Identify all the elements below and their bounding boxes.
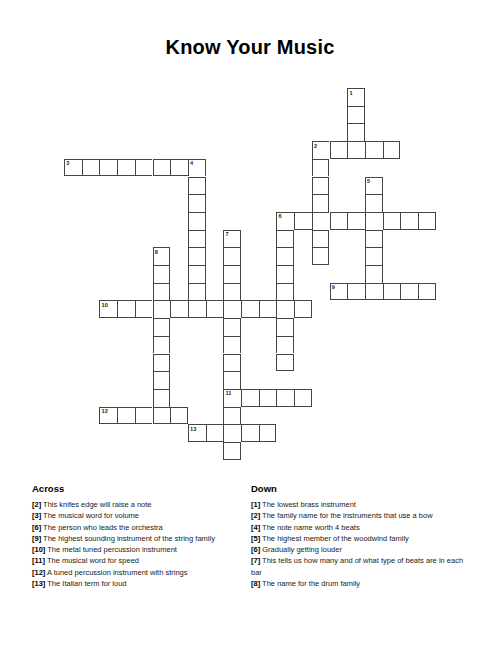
cell-r2-c16[interactable] <box>347 123 365 141</box>
across-clue-10: [10] The metal tuned percussion instrume… <box>32 544 247 555</box>
cell-r18-c2[interactable]: 12 <box>99 407 117 425</box>
cell-number-11: 11 <box>225 390 231 396</box>
cell-r10-c9[interactable] <box>223 265 241 283</box>
cell-r17-c5[interactable] <box>153 389 171 407</box>
cell-r9-c5[interactable]: 8 <box>153 247 171 265</box>
cell-r15-c12[interactable] <box>276 354 294 372</box>
cell-r7-c12[interactable]: 6 <box>276 212 294 230</box>
cell-r8-c17[interactable] <box>365 230 383 248</box>
cell-r16-c9[interactable] <box>223 371 241 389</box>
cell-number-1: 1 <box>349 90 352 96</box>
cell-r12-c2[interactable]: 10 <box>99 300 117 318</box>
cell-r8-c9[interactable]: 7 <box>223 230 241 248</box>
across-clue-number-6: [6] <box>32 523 41 532</box>
cell-number-6: 6 <box>279 213 282 219</box>
cell-number-12: 12 <box>102 408 108 414</box>
down-header: Down <box>251 483 469 494</box>
down-clue-1: [1] The lowest brass instrument <box>251 499 469 510</box>
cell-r11-c5[interactable] <box>153 283 171 301</box>
cell-r4-c0[interactable]: 3 <box>64 159 82 177</box>
across-clue-number-9: [9] <box>32 534 41 543</box>
down-clue-number-4: [4] <box>251 523 260 532</box>
across-clue-11: [11] The musical word for speed <box>32 555 247 566</box>
cell-r9-c9[interactable] <box>223 247 241 265</box>
cell-r13-c12[interactable] <box>276 318 294 336</box>
cell-r4-c14[interactable] <box>312 159 330 177</box>
down-clue-number-7: [7] <box>251 556 260 565</box>
cell-r11-c12[interactable] <box>276 283 294 301</box>
cell-r5-c7[interactable] <box>188 177 206 195</box>
cell-r18-c5[interactable] <box>153 407 171 425</box>
cell-r4-c4[interactable] <box>135 159 153 177</box>
puzzle-title: Know Your Music <box>0 36 500 59</box>
across-clue-12: [12] A tuned percussion instrument with … <box>32 567 247 578</box>
down-clue-4: [4] The note name worth 4 beats <box>251 522 469 533</box>
cell-r8-c7[interactable] <box>188 230 206 248</box>
cell-r17-c13[interactable] <box>294 389 312 407</box>
across-clue-list: [2] This knifes edge will raise a note[3… <box>32 499 247 589</box>
cell-r7-c16[interactable] <box>347 212 365 230</box>
down-clue-7: [7] This tells us how many and of what t… <box>251 555 469 578</box>
cell-r3-c14[interactable]: 2 <box>312 141 330 159</box>
cell-r7-c15[interactable] <box>330 212 348 230</box>
cell-r6-c14[interactable] <box>312 194 330 212</box>
cell-r19-c9[interactable] <box>223 424 241 442</box>
cell-r12-c6[interactable] <box>170 300 188 318</box>
down-clue-list: [1] The lowest brass instrument[2] The f… <box>251 499 469 589</box>
cell-r9-c14[interactable] <box>312 247 330 265</box>
cell-r4-c1[interactable] <box>82 159 100 177</box>
across-clue-number-13: [13] <box>32 579 45 588</box>
cell-r7-c19[interactable] <box>400 212 418 230</box>
cell-r17-c9[interactable]: 11 <box>223 389 241 407</box>
cell-number-4: 4 <box>190 160 193 166</box>
cell-r6-c17[interactable] <box>365 194 383 212</box>
cell-r4-c5[interactable] <box>153 159 171 177</box>
cell-r3-c18[interactable] <box>383 141 401 159</box>
down-clue-number-5: [5] <box>251 534 260 543</box>
cell-r12-c8[interactable] <box>206 300 224 318</box>
cell-r4-c3[interactable] <box>117 159 135 177</box>
cell-number-10: 10 <box>102 302 108 308</box>
across-clue-3: [3] The musical word for volume <box>32 510 247 521</box>
cell-r20-c9[interactable] <box>223 442 241 460</box>
cell-r17-c11[interactable] <box>259 389 277 407</box>
cell-r12-c11[interactable] <box>259 300 277 318</box>
cell-r18-c4[interactable] <box>135 407 153 425</box>
cell-r9-c12[interactable] <box>276 247 294 265</box>
down-clue-6: [6] Gradually getting louder <box>251 544 469 555</box>
cell-r18-c6[interactable] <box>170 407 188 425</box>
cell-r14-c5[interactable] <box>153 336 171 354</box>
cell-r4-c6[interactable] <box>170 159 188 177</box>
cell-r12-c4[interactable] <box>135 300 153 318</box>
cell-r1-c16[interactable] <box>347 106 365 124</box>
cell-r9-c17[interactable] <box>365 247 383 265</box>
cell-r0-c16[interactable]: 1 <box>347 88 365 106</box>
crossword-page: Know Your Music 12345678910111213 Across… <box>0 0 500 647</box>
cell-r12-c7[interactable] <box>188 300 206 318</box>
down-clue-8: [8] The name for the drum family <box>251 578 469 589</box>
cell-r13-c5[interactable] <box>153 318 171 336</box>
cell-r6-c7[interactable] <box>188 194 206 212</box>
cell-r11-c18[interactable] <box>383 283 401 301</box>
across-clues-section: Across [2] This knifes edge will raise a… <box>32 483 247 589</box>
across-clue-6: [6] The person who leads the orchestra <box>32 522 247 533</box>
across-clue-number-12: [12] <box>32 568 45 577</box>
cell-r19-c11[interactable] <box>259 424 277 442</box>
across-clue-number-11: [11] <box>32 556 45 565</box>
cell-r17-c10[interactable] <box>241 389 259 407</box>
cell-r14-c12[interactable] <box>276 336 294 354</box>
cell-number-3: 3 <box>66 160 69 166</box>
cell-r4-c7[interactable]: 4 <box>188 159 206 177</box>
cell-r7-c13[interactable] <box>294 212 312 230</box>
cell-r11-c20[interactable] <box>418 283 436 301</box>
cell-r11-c9[interactable] <box>223 283 241 301</box>
cell-r10-c5[interactable] <box>153 265 171 283</box>
crossword-grid: 12345678910111213 <box>64 88 437 461</box>
cell-r8-c12[interactable] <box>276 230 294 248</box>
cell-r19-c7[interactable]: 13 <box>188 424 206 442</box>
across-clue-number-3: [3] <box>32 511 41 520</box>
cell-r12-c13[interactable] <box>294 300 312 318</box>
cell-r7-c14[interactable] <box>312 212 330 230</box>
cell-r15-c9[interactable] <box>223 354 241 372</box>
cell-r9-c7[interactable] <box>188 247 206 265</box>
cell-r19-c10[interactable] <box>241 424 259 442</box>
cell-r7-c7[interactable] <box>188 212 206 230</box>
cell-r15-c5[interactable] <box>153 354 171 372</box>
down-clues-section: Down [1] The lowest brass instrument[2] … <box>251 483 469 589</box>
across-clue-13: [13] The Italian term for loud <box>32 578 247 589</box>
cell-r17-c12[interactable] <box>276 389 294 407</box>
down-clue-number-8: [8] <box>251 579 260 588</box>
cell-r3-c16[interactable] <box>347 141 365 159</box>
cell-r3-c17[interactable] <box>365 141 383 159</box>
cell-r4-c2[interactable] <box>99 159 117 177</box>
down-clue-5: [5] The highest member of the woodwind f… <box>251 533 469 544</box>
cell-r10-c7[interactable] <box>188 265 206 283</box>
cell-number-5: 5 <box>367 178 370 184</box>
across-clue-9: [9] The highest sounding instrument of t… <box>32 533 247 544</box>
cell-r7-c20[interactable] <box>418 212 436 230</box>
cell-r7-c18[interactable] <box>383 212 401 230</box>
cell-r18-c3[interactable] <box>117 407 135 425</box>
cell-r11-c19[interactable] <box>400 283 418 301</box>
across-clue-number-2: [2] <box>32 500 41 509</box>
down-clue-number-1: [1] <box>251 500 260 509</box>
cell-number-8: 8 <box>155 249 158 255</box>
cell-r19-c8[interactable] <box>206 424 224 442</box>
across-clue-2: [2] This knifes edge will raise a note <box>32 499 247 510</box>
cell-r14-c9[interactable] <box>223 336 241 354</box>
across-header: Across <box>32 483 247 494</box>
cell-r12-c9[interactable] <box>223 300 241 318</box>
across-clue-number-10: [10] <box>32 545 45 554</box>
cell-r3-c15[interactable] <box>330 141 348 159</box>
cell-r11-c15[interactable]: 9 <box>330 283 348 301</box>
cell-r16-c5[interactable] <box>153 371 171 389</box>
cell-r13-c9[interactable] <box>223 318 241 336</box>
cell-number-2: 2 <box>314 143 317 149</box>
cell-number-9: 9 <box>332 284 335 290</box>
cell-r5-c17[interactable]: 5 <box>365 177 383 195</box>
cell-r11-c17[interactable] <box>365 283 383 301</box>
cell-r12-c12[interactable] <box>276 300 294 318</box>
cell-r7-c17[interactable] <box>365 212 383 230</box>
cell-r12-c5[interactable] <box>153 300 171 318</box>
cell-r10-c17[interactable] <box>365 265 383 283</box>
cell-number-13: 13 <box>190 426 196 432</box>
cell-r18-c9[interactable] <box>223 407 241 425</box>
down-clue-number-2: [2] <box>251 511 260 520</box>
down-clue-number-6: [6] <box>251 545 260 554</box>
cell-number-7: 7 <box>225 231 228 237</box>
cell-r11-c16[interactable] <box>347 283 365 301</box>
cell-r12-c3[interactable] <box>117 300 135 318</box>
cell-r11-c7[interactable] <box>188 283 206 301</box>
cell-r10-c12[interactable] <box>276 265 294 283</box>
cell-r12-c10[interactable] <box>241 300 259 318</box>
down-clue-2: [2] The family name for the instruments … <box>251 510 469 521</box>
cell-r5-c14[interactable] <box>312 177 330 195</box>
cell-r8-c14[interactable] <box>312 230 330 248</box>
